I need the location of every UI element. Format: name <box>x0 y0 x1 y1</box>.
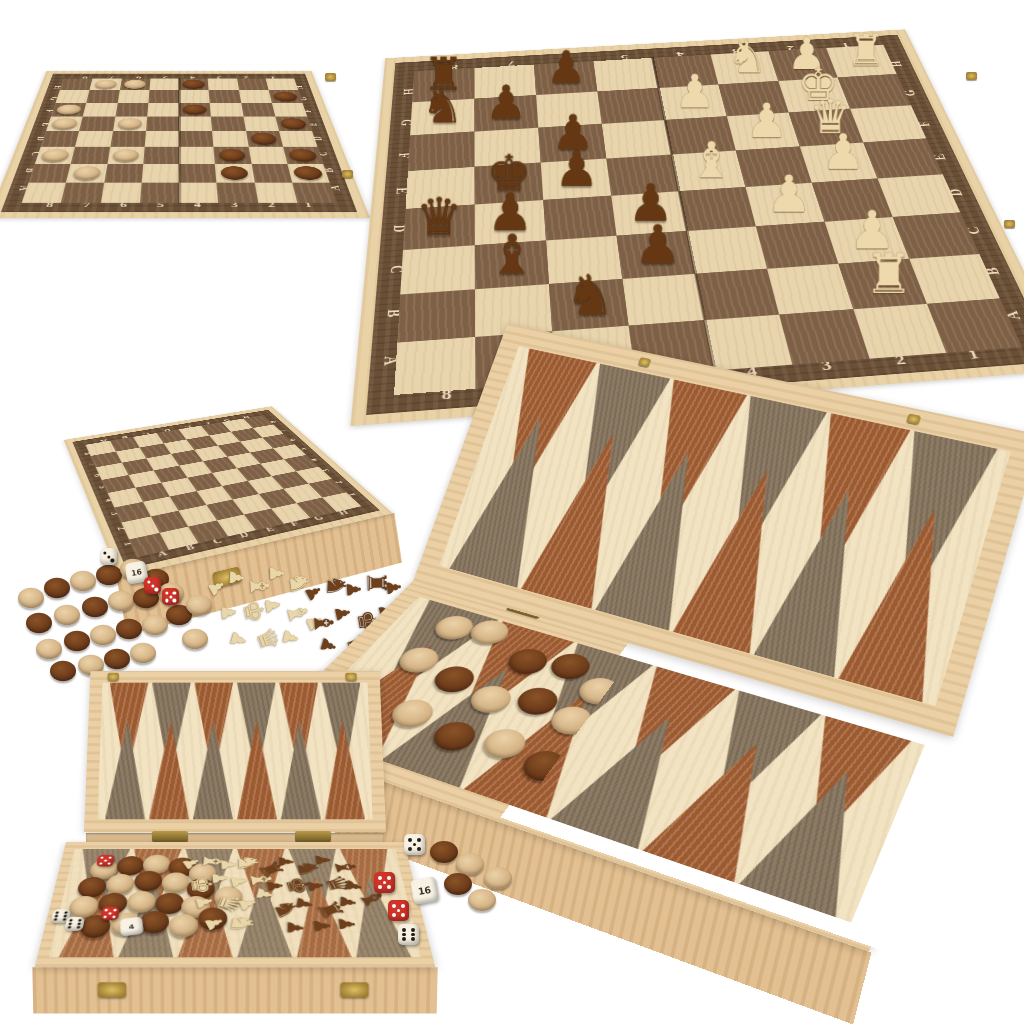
die-pip <box>408 847 412 851</box>
die-pip <box>411 937 415 941</box>
die-white-6 <box>398 924 419 945</box>
die-pip <box>397 909 401 913</box>
die-red-5 <box>374 872 395 893</box>
die-pip <box>401 913 405 917</box>
die-pip <box>413 843 417 847</box>
die-pip <box>392 904 396 908</box>
die-red-5 <box>388 900 409 921</box>
die-pip <box>402 928 406 932</box>
die-pip <box>387 885 391 889</box>
die-pip <box>402 937 406 941</box>
die-pip <box>378 876 382 880</box>
die-pip <box>378 885 382 889</box>
product-photo-collage: 8765432187654321HGFEDCBAHGFEDCBA 8765432… <box>0 0 1024 1024</box>
checker-light <box>468 889 496 911</box>
die-pip <box>402 933 406 937</box>
doubling-cube: 16 <box>410 876 439 905</box>
die-pip <box>401 904 405 908</box>
die-pip <box>392 913 396 917</box>
checker-dark <box>430 841 458 863</box>
checker-light <box>484 867 512 889</box>
die-pip <box>411 933 415 937</box>
die-pip <box>417 847 421 851</box>
die-pip <box>383 881 387 885</box>
checker-light <box>456 853 484 875</box>
die-pip <box>417 838 421 842</box>
die-pip <box>387 876 391 880</box>
die-white-5 <box>404 834 425 855</box>
dice-and-checkers-cluster: 16 <box>0 0 1024 1024</box>
die-pip <box>411 928 415 932</box>
checker-dark <box>444 873 472 895</box>
die-pip <box>408 838 412 842</box>
